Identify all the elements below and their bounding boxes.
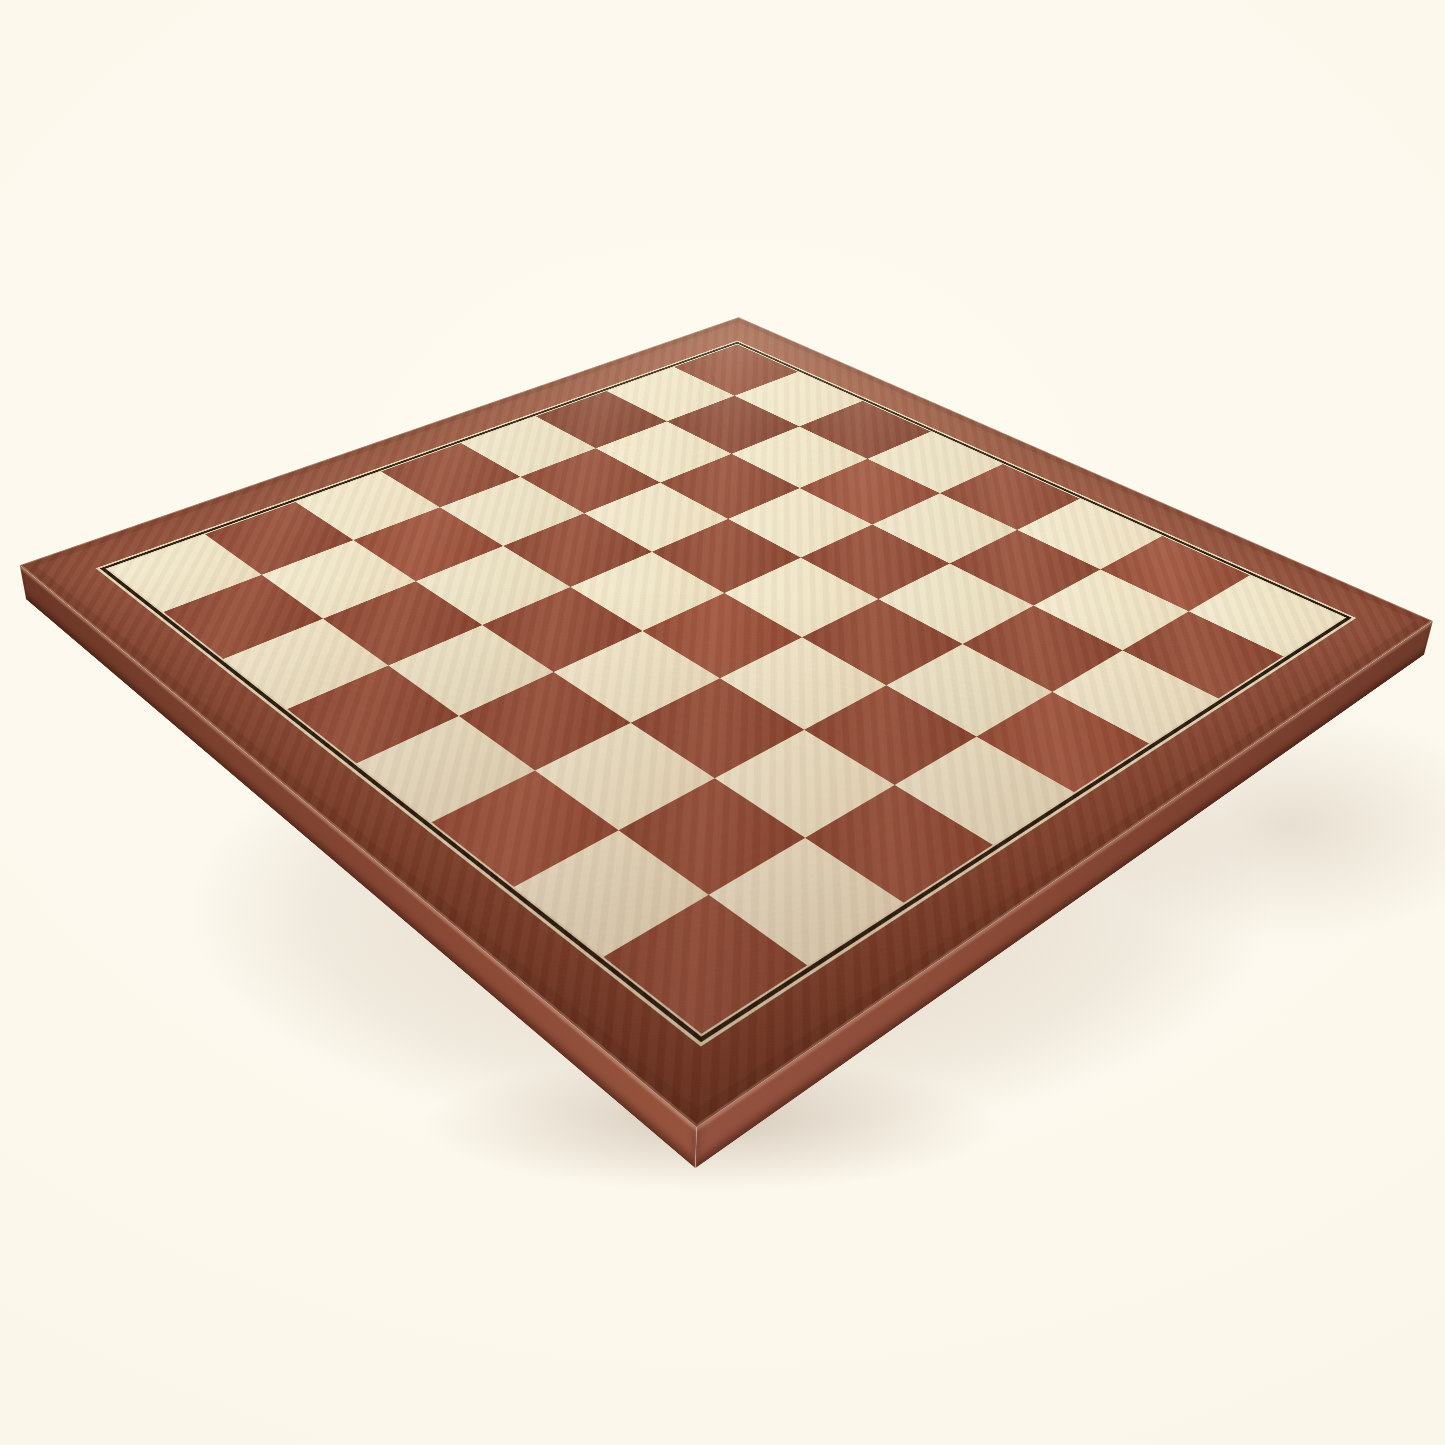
square	[642, 593, 802, 678]
playing-field	[108, 344, 1343, 1033]
square	[1052, 650, 1218, 743]
square	[631, 678, 803, 777]
inlay-inner-light-line	[106, 344, 1347, 1037]
chessboard	[20, 317, 1433, 1127]
product-photo	[0, 0, 1445, 1445]
scene-3d	[0, 0, 1445, 1445]
square	[432, 771, 619, 887]
square	[804, 685, 977, 785]
square	[603, 895, 807, 1034]
square	[894, 737, 1074, 845]
square	[720, 637, 886, 729]
square	[483, 587, 643, 672]
board-top-face	[20, 317, 1433, 1127]
square	[715, 730, 895, 838]
square	[287, 665, 459, 763]
square	[805, 785, 992, 902]
square	[709, 837, 904, 965]
square	[886, 644, 1052, 737]
square	[357, 716, 536, 822]
square	[536, 723, 715, 830]
square	[388, 625, 554, 716]
square	[223, 618, 388, 709]
square	[514, 830, 709, 957]
square	[976, 692, 1149, 792]
square	[618, 778, 805, 895]
inlay-dark-line	[100, 342, 1352, 1042]
square	[802, 599, 962, 685]
square	[1123, 611, 1284, 698]
square	[962, 605, 1122, 691]
square	[554, 631, 720, 723]
inlay-outer-light-line	[96, 340, 1356, 1046]
square	[323, 581, 483, 665]
square	[459, 672, 631, 771]
square	[164, 575, 323, 659]
